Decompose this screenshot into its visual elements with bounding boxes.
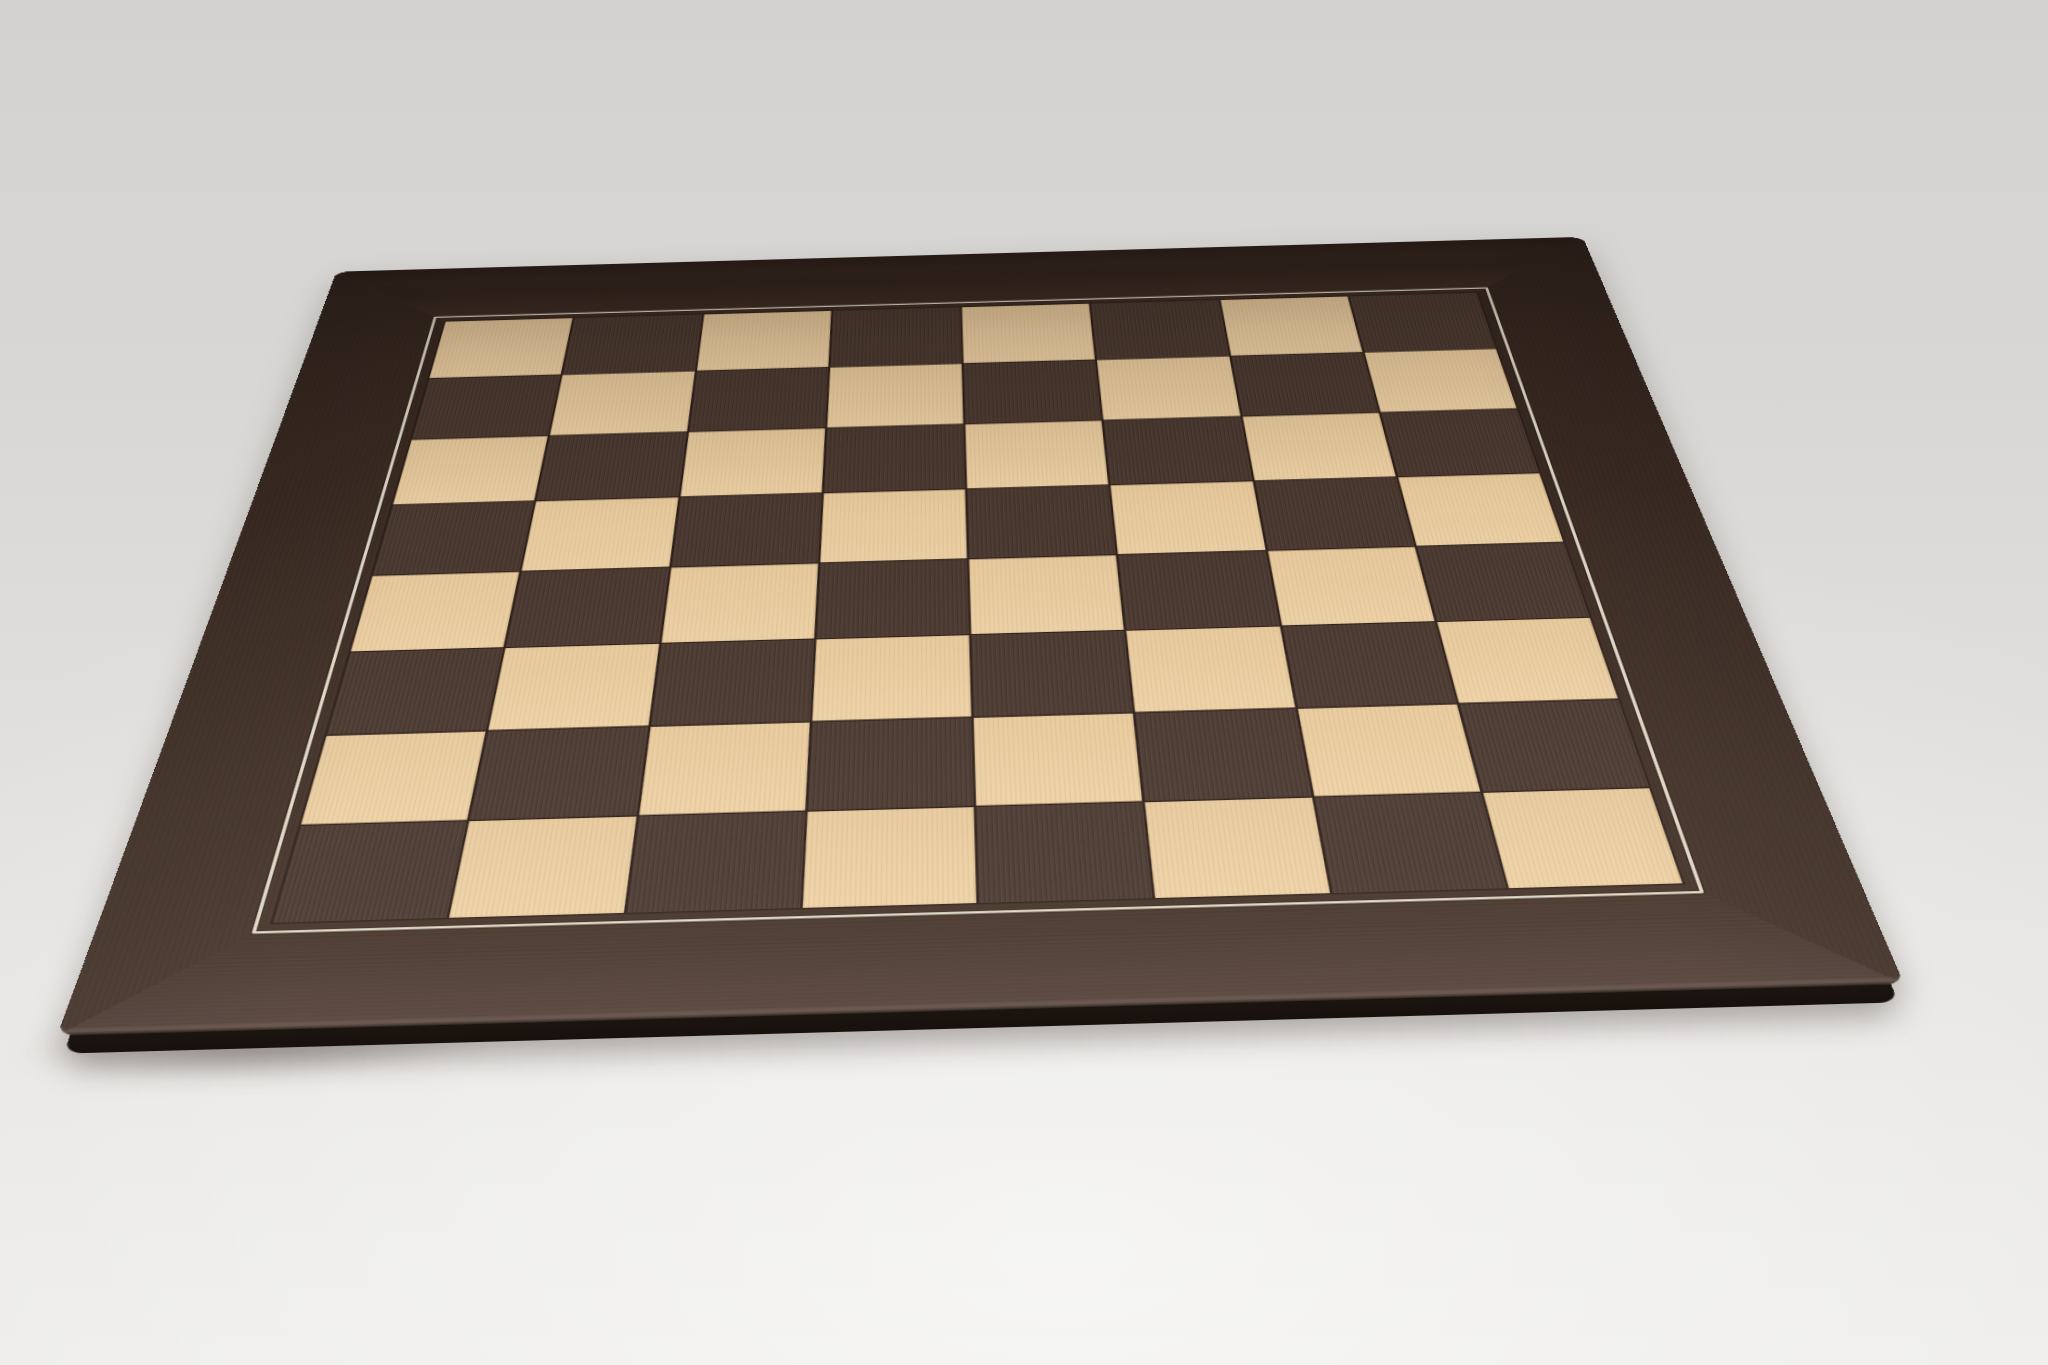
square-c8 xyxy=(696,311,830,370)
square-c4 xyxy=(661,564,818,643)
square-g8 xyxy=(1220,297,1362,356)
square-g6 xyxy=(1242,413,1395,481)
square-c7 xyxy=(689,368,828,432)
square-d3 xyxy=(812,635,971,720)
square-b3 xyxy=(489,644,659,730)
square-d4 xyxy=(816,560,969,639)
square-h1 xyxy=(1483,788,1683,888)
square-a4 xyxy=(351,572,520,651)
square-e3 xyxy=(971,631,1133,716)
square-a6 xyxy=(393,436,548,504)
square-f8 xyxy=(1091,300,1229,359)
square-h7 xyxy=(1364,349,1516,412)
square-c6 xyxy=(680,428,825,496)
square-f1 xyxy=(1145,797,1329,898)
square-f5 xyxy=(1111,481,1265,554)
square-b8 xyxy=(563,315,702,375)
square-g4 xyxy=(1267,547,1434,625)
square-f3 xyxy=(1126,627,1294,712)
square-h5 xyxy=(1398,473,1563,546)
square-d5 xyxy=(820,489,967,562)
board-perspective-wrapper xyxy=(207,0,1729,1183)
square-d1 xyxy=(802,807,976,908)
playing-area xyxy=(273,293,1683,923)
square-g2 xyxy=(1297,704,1480,796)
square-g1 xyxy=(1314,793,1506,893)
square-e1 xyxy=(976,802,1153,903)
photo-background xyxy=(0,0,2048,1365)
square-b1 xyxy=(449,816,636,917)
square-g3 xyxy=(1282,622,1456,707)
square-b5 xyxy=(522,497,678,570)
square-a5 xyxy=(373,501,535,575)
square-f4 xyxy=(1118,551,1279,630)
square-g7 xyxy=(1231,353,1379,416)
square-a1 xyxy=(273,821,467,923)
square-c5 xyxy=(671,493,822,566)
square-g5 xyxy=(1254,477,1414,550)
square-f6 xyxy=(1104,417,1252,485)
square-h4 xyxy=(1417,543,1590,621)
square-e2 xyxy=(974,713,1143,805)
square-a2 xyxy=(301,731,486,824)
square-e6 xyxy=(965,421,1108,489)
square-f7 xyxy=(1097,356,1240,419)
square-h8 xyxy=(1349,293,1495,352)
square-c1 xyxy=(626,812,805,913)
square-a8 xyxy=(429,318,572,378)
square-c3 xyxy=(650,640,814,726)
square-h3 xyxy=(1437,618,1618,703)
square-b6 xyxy=(537,432,687,500)
chessboard xyxy=(57,237,1904,1035)
square-b2 xyxy=(470,727,648,820)
square-h6 xyxy=(1381,409,1540,476)
square-e7 xyxy=(964,360,1102,423)
square-d7 xyxy=(827,364,963,427)
square-e8 xyxy=(962,304,1095,363)
square-e5 xyxy=(967,485,1116,558)
square-e4 xyxy=(969,555,1124,634)
square-d8 xyxy=(830,307,962,366)
square-d6 xyxy=(824,424,965,492)
square-f2 xyxy=(1135,708,1311,800)
square-c2 xyxy=(639,722,810,815)
square-b4 xyxy=(506,568,669,647)
square-a7 xyxy=(412,375,561,439)
square-h2 xyxy=(1459,699,1649,791)
square-b7 xyxy=(550,371,694,435)
square-d2 xyxy=(807,717,973,810)
square-a3 xyxy=(327,648,503,734)
